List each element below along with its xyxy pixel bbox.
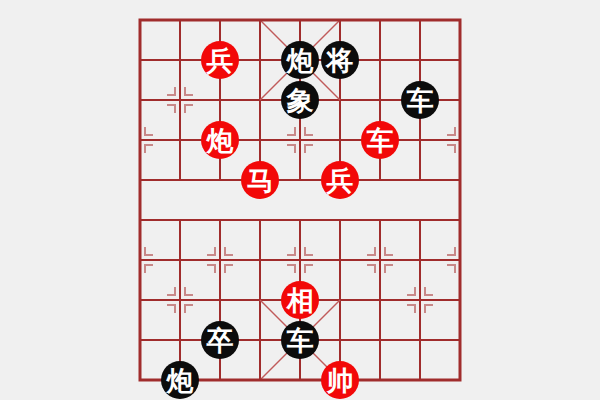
piece-black-elephant[interactable]: 象 (281, 81, 319, 119)
piece-black-chariot-1[interactable]: 车 (401, 81, 439, 119)
piece-red-chariot[interactable]: 车 (361, 121, 399, 159)
xiangqi-board[interactable]: 兵炮将象车炮车马兵相卒车炮帅 (0, 0, 600, 400)
piece-black-chariot-2[interactable]: 车 (281, 321, 319, 359)
pieces-layer: 兵炮将象车炮车马兵相卒车炮帅 (120, 0, 480, 400)
piece-red-soldier-2[interactable]: 兵 (321, 161, 359, 199)
piece-black-general[interactable]: 将 (321, 41, 359, 79)
piece-red-elephant[interactable]: 相 (281, 281, 319, 319)
piece-black-cannon-2[interactable]: 炮 (161, 361, 199, 399)
piece-red-general[interactable]: 帅 (321, 361, 359, 399)
piece-black-soldier[interactable]: 卒 (201, 321, 239, 359)
piece-black-cannon-1[interactable]: 炮 (281, 41, 319, 79)
piece-red-cannon[interactable]: 炮 (201, 121, 239, 159)
piece-red-horse[interactable]: 马 (241, 161, 279, 199)
piece-red-soldier-1[interactable]: 兵 (201, 41, 239, 79)
